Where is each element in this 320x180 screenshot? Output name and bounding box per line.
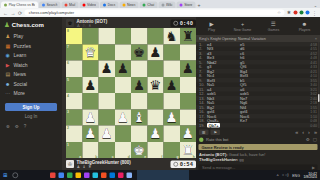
reload-icon[interactable]: ⟳ <box>18 10 22 16</box>
move-time: 4:52 <box>310 52 317 56</box>
square-d6[interactable]: ♟ <box>115 61 131 77</box>
rank-label: 2 <box>67 126 69 130</box>
bot-row-label: Rate this bot <box>206 137 228 142</box>
square-a8[interactable]: 8 <box>66 28 82 44</box>
games-icon: ☰ <box>271 21 276 27</box>
tab-favicon <box>103 3 106 6</box>
black-pawn[interactable]: ♟ <box>133 77 145 93</box>
square-g3[interactable]: ♟ <box>164 109 180 125</box>
move-time: 3:02 <box>310 92 317 96</box>
opening-bar: King's Knight Opening: Normal Variation … <box>196 35 320 42</box>
bot-row-icons: ⚙▢ <box>306 137 317 142</box>
move-time: 4:10 <box>310 74 317 78</box>
taskbar-app-icons <box>50 172 132 178</box>
square-c4[interactable] <box>99 93 115 109</box>
square-h7[interactable] <box>180 44 196 60</box>
tab-favicon <box>65 3 68 6</box>
players-icon: ☻ <box>302 21 308 27</box>
tab-favicon <box>180 3 183 6</box>
sidebar-footer-icons: ⊕⚙? <box>0 120 62 133</box>
white-pawn[interactable]: ♟ <box>84 126 96 142</box>
player-avatar[interactable]: ♔ <box>66 160 74 168</box>
scrollbar-thumb[interactable] <box>318 94 320 102</box>
square-e1[interactable]: e♚ <box>131 142 147 158</box>
player-clock: 0:54 <box>170 160 196 168</box>
move-time: 1:10 <box>310 115 317 119</box>
move-nav-icon[interactable]: ‹ <box>302 129 304 135</box>
taskbar-app-icon[interactable] <box>110 172 116 178</box>
move-time: 4:33 <box>310 65 317 69</box>
panel-tab-new-game[interactable]: +New Game <box>227 21 258 31</box>
opponent-captured-pieces: ♙ ♘ ♗ <box>77 23 108 27</box>
move-time: 3:21 <box>310 88 317 92</box>
move-time: 3:40 <box>310 83 317 87</box>
square-f4[interactable] <box>147 93 163 109</box>
square-d5[interactable] <box>115 77 131 93</box>
square-f7[interactable]: ♟ <box>147 44 163 60</box>
notification-banner[interactable]: Game Review is ready <box>199 144 318 150</box>
white-pawn[interactable]: ♟ <box>101 126 113 142</box>
square-c5[interactable] <box>99 77 115 93</box>
tab-favicon <box>122 3 125 6</box>
sidebar-items: ♟Play▦Puzzles◉Learn▶Watch▤News☻Social⋯Mo… <box>0 32 62 99</box>
sidebar-footer-icon[interactable]: ⚙ <box>15 124 19 129</box>
login-button[interactable]: Log In <box>0 113 62 120</box>
panel-tab-games[interactable]: ☰Games <box>258 21 289 31</box>
black-pawn[interactable]: ♟ <box>117 61 129 77</box>
square-d2[interactable] <box>115 126 131 142</box>
bot-row: Rate this bot ⚙▢ <box>196 136 320 143</box>
file-label: d <box>128 155 130 159</box>
square-b3[interactable]: ♟ <box>82 109 98 125</box>
move-time: 0:40 <box>310 124 317 128</box>
panel-tab-players[interactable]: ☻Players <box>289 21 320 31</box>
sidebar-item-news[interactable]: ▤News <box>0 70 62 80</box>
square-a3[interactable]: 3 <box>66 109 82 125</box>
board-column: ♚ Antonio (BOT) ♙ ♘ ♗ 0:40 8♞♜7♛♚♟6♟♟♟5♟… <box>66 18 196 170</box>
black-rook[interactable]: ♜ <box>182 28 194 44</box>
more-icon: ⋯ <box>5 91 11 97</box>
square-d4[interactable] <box>115 93 131 109</box>
black-king[interactable]: ♚ <box>133 44 145 60</box>
clock-icon <box>173 21 178 26</box>
square-e4[interactable] <box>131 93 147 109</box>
move-time: 3:55 <box>310 79 317 83</box>
square-h5[interactable] <box>180 77 196 93</box>
square-c1[interactable]: c <box>99 142 115 158</box>
square-a7[interactable]: 7 <box>66 44 82 60</box>
tab-favicon <box>143 3 146 6</box>
social-icon: ☻ <box>5 81 11 87</box>
black-queen[interactable]: ♛ <box>149 77 161 93</box>
extensions-icon[interactable]: ✱ <box>287 10 291 15</box>
rank-label: 3 <box>67 110 69 114</box>
file-label: c <box>112 155 114 159</box>
tray-chevron-icon[interactable]: ^ <box>277 173 279 178</box>
rank-label: 7 <box>67 45 69 49</box>
chat-username: Antonio (BOT): <box>199 152 228 157</box>
square-c7[interactable] <box>99 44 115 60</box>
tray-date: 1/8/2024 <box>303 175 317 179</box>
tray-language[interactable]: ENG <box>292 173 300 177</box>
move-row: 19.Qb7+0:40 <box>196 123 320 128</box>
search-icon[interactable] <box>13 172 19 178</box>
extension-icon[interactable] <box>306 11 310 15</box>
resign-flag-button[interactable]: ⚑ <box>211 129 221 135</box>
opponent-clock-time: 0:40 <box>180 20 193 27</box>
tray-icons: ≈ ◁) <box>282 173 289 177</box>
url-field[interactable]: chess.com/play/computer ☆ <box>25 10 285 16</box>
square-f1[interactable]: f <box>147 142 163 158</box>
square-f3[interactable] <box>147 109 163 125</box>
puzzles-icon: ▦ <box>5 43 11 49</box>
extension-icon[interactable] <box>300 11 304 15</box>
player-captured-pieces: ♟ ♝ ♜ <box>77 164 131 168</box>
pawn-logo-icon: ♟ <box>4 21 10 29</box>
square-g4[interactable] <box>164 93 180 109</box>
file-label: h <box>193 155 195 159</box>
banner-text: Game Review is ready <box>202 145 244 150</box>
bot-row-icon[interactable]: ⚙ <box>306 137 310 142</box>
square-h6[interactable]: ♟ <box>180 61 196 77</box>
chat-text: Good luck, have fun! <box>228 152 266 157</box>
browser-menu-icon[interactable]: ⋮ <box>312 10 317 16</box>
extension-dots <box>294 11 310 15</box>
system-tray: ^ ≈ ◁) ENG 10:42 1/8/2024 <box>277 172 317 179</box>
square-d7[interactable] <box>115 44 131 60</box>
square-a2[interactable]: 2 <box>66 126 82 142</box>
opponent-avatar[interactable]: ♚ <box>66 19 74 27</box>
black-move[interactable]: Ke7 <box>240 119 273 124</box>
square-g5[interactable]: ♟ <box>164 77 180 93</box>
taskbar-app-icon[interactable] <box>50 172 56 178</box>
square-f5[interactable]: ♛ <box>147 77 163 93</box>
bot-avatar[interactable] <box>199 137 204 142</box>
black-pawn[interactable]: ♟ <box>84 77 96 93</box>
move-time: 1:55 <box>310 106 317 110</box>
square-e7[interactable]: ♚ <box>131 44 147 60</box>
white-pawn[interactable]: ♟ <box>84 109 96 125</box>
move-number: 19. <box>199 123 207 128</box>
taskbar: ⊞ ^ ≈ ◁) ENG 10:42 1/8/2024 <box>0 170 320 180</box>
game-panel: ▶Play+New Game☰Games☻Players King's Knig… <box>196 17 320 170</box>
square-b1[interactable]: b <box>82 142 98 158</box>
sidebar-item-learn[interactable]: ◉Learn <box>0 51 62 61</box>
screen: Play Chess vs BotsSearchMailVideoDocsNew… <box>0 0 320 180</box>
chess-board: 8♞♜7♛♚♟6♟♟♟5♟♟♛♟43♟♟♝♟2♟♟♟♟1abcde♚fgh♜ <box>66 28 196 158</box>
chesscom-logo[interactable]: ♟ Chess.com <box>0 17 62 32</box>
black-knight[interactable]: ♞ <box>166 28 178 44</box>
tab-favicon <box>162 3 165 6</box>
move-time: 4:58 <box>310 43 317 47</box>
square-f2[interactable]: ♟ <box>147 126 163 142</box>
browser-address-bar: ← → ⟳ chess.com/play/computer ☆ ✱ ⋮ <box>0 8 320 17</box>
chat-username: TheBigGreekHunter: <box>199 157 238 162</box>
white-pawn[interactable]: ♟ <box>182 126 194 142</box>
signup-button[interactable]: Sign Up <box>5 103 57 111</box>
sidebar-item-label: Watch <box>14 62 28 68</box>
square-g2[interactable] <box>164 126 180 142</box>
chat-message: TheBigGreekHunter: gg <box>199 157 317 162</box>
forward-icon[interactable]: → <box>11 10 16 16</box>
taskbar-app-icon[interactable] <box>67 172 73 178</box>
tab-favicon <box>83 3 86 6</box>
square-b7[interactable]: ♛ <box>82 44 98 60</box>
square-g8[interactable]: ♞ <box>164 28 180 44</box>
square-b8[interactable] <box>82 28 98 44</box>
rank-label: 8 <box>67 29 69 33</box>
panel-tab-label: New Game <box>234 28 252 32</box>
sidebar-item-watch[interactable]: ▶Watch <box>0 60 62 70</box>
bookmark-star-icon[interactable]: ☆ <box>277 10 281 15</box>
file-label: f <box>161 155 162 159</box>
player-clock-time: 0:54 <box>180 161 193 168</box>
panel-tab-label: Play <box>208 28 215 32</box>
square-c3[interactable] <box>99 109 115 125</box>
square-e6[interactable] <box>131 61 147 77</box>
square-h8[interactable]: ♜ <box>180 28 196 44</box>
menu-button[interactable]: ☰ <box>199 129 209 135</box>
tab-label: Play Chess vs Bots <box>9 3 36 7</box>
chat-area: Antonio (BOT): Good luck, have fun!TheBi… <box>196 151 320 164</box>
tab-label: Store <box>184 3 192 7</box>
square-g7[interactable] <box>164 44 180 60</box>
play-icon: ▶ <box>209 21 213 27</box>
taskbar-app-icon[interactable] <box>93 172 99 178</box>
move-time: 4:48 <box>310 56 317 60</box>
back-icon[interactable]: ← <box>3 10 8 16</box>
square-c2[interactable]: ♟ <box>99 126 115 142</box>
bot-row-icon[interactable]: ▢ <box>313 137 317 142</box>
logo-text: Chess.com <box>12 21 44 28</box>
white-move[interactable]: Qb7+ <box>207 123 220 128</box>
opponent-clock: 0:40 <box>170 19 196 27</box>
panel-tab-label: Players <box>299 28 311 32</box>
move-time: 4:41 <box>310 61 317 65</box>
tab-label: Mail <box>69 3 75 7</box>
move-time: 4:21 <box>310 70 317 74</box>
sidebar-item-play[interactable]: ♟Play <box>0 32 62 42</box>
square-e8[interactable] <box>131 28 147 44</box>
square-e5[interactable]: ♟ <box>131 77 147 93</box>
move-list: 1.e4e54:582.Nf3d64:553.d3c64:524.Be3h64:… <box>196 42 320 128</box>
white-pawn[interactable]: ♟ <box>149 126 161 142</box>
play-icon: ♟ <box>5 34 11 40</box>
square-a5[interactable]: 5 <box>66 77 82 93</box>
panel-tab-play[interactable]: ▶Play <box>196 21 227 31</box>
square-d1[interactable]: d <box>115 142 131 158</box>
file-label: g <box>177 155 179 159</box>
taskbar-app-icon[interactable] <box>127 172 133 178</box>
close-icon[interactable]: × <box>315 36 317 41</box>
news-icon: ▤ <box>5 72 11 78</box>
black-pawn[interactable]: ♟ <box>149 44 161 60</box>
sidebar-footer-icon[interactable]: ? <box>24 124 27 129</box>
watch-icon: ▶ <box>5 62 11 68</box>
taskbar-app-icon[interactable] <box>59 172 65 178</box>
black-pawn[interactable]: ♟ <box>101 61 113 77</box>
move-time: 1:31 <box>310 110 317 114</box>
square-h3[interactable] <box>180 109 196 125</box>
file-label: e <box>144 155 146 159</box>
move-nav-icon[interactable]: › <box>308 129 310 135</box>
panel-tabs: ▶Play+New Game☰Games☻Players <box>196 17 320 35</box>
tab-label: Video <box>87 3 96 7</box>
square-b4[interactable] <box>82 93 98 109</box>
move-nav-icon[interactable]: » <box>314 129 317 135</box>
square-a6[interactable]: 6 <box>66 61 82 77</box>
square-f8[interactable] <box>147 28 163 44</box>
browser-tab-strip: Play Chess vs BotsSearchMailVideoDocsNew… <box>0 0 320 8</box>
rank-label: 5 <box>67 77 69 81</box>
sidebar: ♟ Chess.com ♟Play▦Puzzles◉Learn▶Watch▤Ne… <box>0 17 62 170</box>
move-time: 4:55 <box>310 47 317 51</box>
rank-label: 1 <box>67 142 69 146</box>
new-game-icon: + <box>241 21 244 27</box>
sidebar-item-label: News <box>14 72 27 78</box>
sidebar-item-label: Play <box>14 34 24 40</box>
chess-app: ♟ Chess.com ♟Play▦Puzzles◉Learn▶Watch▤Ne… <box>0 17 320 170</box>
taskbar-app-icon[interactable] <box>76 172 82 178</box>
white-pawn[interactable]: ♟ <box>117 109 129 125</box>
taskbar-app-icon[interactable] <box>101 172 107 178</box>
sidebar-item-label: More <box>14 91 25 97</box>
bottom-player-bar: ♔ TheBigGreekHunter (800) ♟ ♝ ♜ 0:54 <box>66 158 196 170</box>
square-d8[interactable] <box>115 28 131 44</box>
square-d3[interactable]: ♟ <box>115 109 131 125</box>
square-g1[interactable]: g <box>164 142 180 158</box>
start-button-icon[interactable]: ⊞ <box>3 172 8 179</box>
square-h2[interactable]: ♟ <box>180 126 196 142</box>
top-player-bar: ♚ Antonio (BOT) ♙ ♘ ♗ 0:40 <box>66 18 196 28</box>
opening-name: King's Knight Opening: Normal Variation <box>199 36 313 41</box>
sidebar-item-more[interactable]: ⋯More <box>0 89 62 99</box>
square-f6[interactable] <box>147 61 163 77</box>
square-h1[interactable]: h♜ <box>180 142 196 158</box>
square-b2[interactable]: ♟ <box>82 126 98 142</box>
taskbar-app-icon[interactable] <box>118 172 124 178</box>
tab-label: News <box>127 3 136 7</box>
file-label: a <box>79 155 81 159</box>
rank-label: 6 <box>67 61 69 65</box>
sidebar-item-label: Puzzles <box>14 43 32 49</box>
tab-favicon <box>4 3 7 6</box>
chat-text: gg <box>238 157 244 162</box>
sidebar-item-label: Social <box>14 81 28 87</box>
sidebar-item-label: Learn <box>14 53 27 59</box>
move-list-scrollbar[interactable] <box>318 42 320 128</box>
tab-favicon <box>42 3 45 6</box>
tab-label: Chat <box>147 3 154 7</box>
white-pawn[interactable]: ♟ <box>166 109 178 125</box>
tab-label: Search <box>47 3 58 7</box>
move-navigation: «‹›» <box>295 129 317 135</box>
black-pawn[interactable]: ♟ <box>182 61 194 77</box>
tray-clock[interactable]: 10:42 1/8/2024 <box>303 172 317 179</box>
square-g6[interactable] <box>164 61 180 77</box>
sidebar-item-social[interactable]: ☻Social <box>0 79 62 89</box>
square-c6[interactable]: ♟ <box>99 61 115 77</box>
square-c8[interactable] <box>99 28 115 44</box>
square-a1[interactable]: 1a <box>66 142 82 158</box>
white-bishop[interactable]: ♝ <box>133 109 145 125</box>
move-nav-icon[interactable]: « <box>295 129 298 135</box>
taskbar-widget[interactable] <box>137 170 189 180</box>
learn-icon: ◉ <box>5 53 11 59</box>
panel-tab-label: Games <box>268 28 279 32</box>
square-e2[interactable] <box>131 126 147 142</box>
extension-icon[interactable] <box>294 11 298 15</box>
rank-label: 4 <box>67 94 69 98</box>
tab-label: Docs <box>107 3 115 7</box>
black-pawn[interactable]: ♟ <box>166 77 178 93</box>
square-b5[interactable]: ♟ <box>82 77 98 93</box>
move-time: 2:18 <box>310 101 317 105</box>
panel-controls: ☰ ⚑ «‹›» <box>196 128 320 136</box>
file-label: b <box>95 155 97 159</box>
sidebar-footer-icon[interactable]: ⊕ <box>6 124 10 129</box>
clock-icon <box>173 162 178 167</box>
tab-label: Wiki <box>166 3 173 7</box>
square-a4[interactable]: 4 <box>66 93 82 109</box>
white-queen[interactable]: ♛ <box>84 44 96 60</box>
taskbar-app-icon[interactable] <box>84 172 90 178</box>
move-time: 0:48 <box>310 119 317 123</box>
square-h4[interactable] <box>180 93 196 109</box>
url-text: chess.com/play/computer <box>29 10 74 15</box>
move-time: 2:40 <box>310 97 317 101</box>
square-b6[interactable] <box>82 61 98 77</box>
sidebar-item-puzzles[interactable]: ▦Puzzles <box>0 41 62 51</box>
square-e3[interactable]: ♝ <box>131 109 147 125</box>
